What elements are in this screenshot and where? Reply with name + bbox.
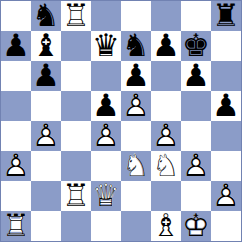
square-c5[interactable] bbox=[61, 91, 91, 121]
square-g8[interactable] bbox=[181, 1, 211, 31]
white-piece-outline: ♔ bbox=[181, 211, 211, 240]
square-a4[interactable] bbox=[1, 121, 31, 151]
square-d3[interactable] bbox=[91, 151, 121, 181]
square-c4[interactable] bbox=[61, 121, 91, 151]
square-a5[interactable] bbox=[1, 91, 31, 121]
white-knight[interactable]: ♞♘ bbox=[121, 151, 151, 181]
square-f4[interactable]: ♟♙ bbox=[151, 121, 181, 151]
black-pawn[interactable]: ♟ bbox=[121, 61, 151, 91]
white-bishop[interactable]: ♝♗ bbox=[151, 211, 181, 241]
white-rook[interactable]: ♜♖ bbox=[61, 1, 91, 31]
white-piece-outline: ♙ bbox=[211, 181, 241, 210]
square-g2[interactable] bbox=[181, 181, 211, 211]
black-king[interactable]: ♚ bbox=[181, 31, 211, 61]
white-queen[interactable]: ♛♕ bbox=[91, 181, 121, 211]
square-e5[interactable]: ♟♙ bbox=[121, 91, 151, 121]
black-pawn[interactable]: ♟ bbox=[211, 91, 241, 121]
square-b5[interactable] bbox=[31, 91, 61, 121]
square-e7[interactable]: ♞ bbox=[121, 31, 151, 61]
square-g7[interactable]: ♚ bbox=[181, 31, 211, 61]
square-a2[interactable] bbox=[1, 181, 31, 211]
white-piece-outline: ♖ bbox=[61, 1, 91, 30]
square-h1[interactable] bbox=[211, 211, 241, 241]
square-c1[interactable] bbox=[61, 211, 91, 241]
white-piece-outline: ♖ bbox=[1, 211, 31, 240]
square-d5[interactable]: ♟ bbox=[91, 91, 121, 121]
square-h8[interactable]: ♜ bbox=[211, 1, 241, 31]
square-g1[interactable]: ♚♔ bbox=[181, 211, 211, 241]
white-pawn[interactable]: ♟♙ bbox=[211, 181, 241, 211]
square-c6[interactable] bbox=[61, 61, 91, 91]
black-piece-glyph: ♟ bbox=[121, 61, 151, 90]
black-pawn[interactable]: ♟ bbox=[181, 61, 211, 91]
square-b4[interactable]: ♟♙ bbox=[31, 121, 61, 151]
black-piece-glyph: ♜ bbox=[211, 1, 241, 30]
white-piece-outline: ♕ bbox=[91, 181, 121, 210]
square-h5[interactable]: ♟ bbox=[211, 91, 241, 121]
square-b3[interactable] bbox=[31, 151, 61, 181]
chess-board-container: ♞♜♖♜♟♝♛♞♟♚♟♟♟♟♟♙♟♟♙♟♙♟♙♟♙♞♘♞♘♟♙♜♖♛♕♟♙♜♖♝… bbox=[0, 0, 242, 242]
black-piece-glyph: ♟ bbox=[211, 91, 241, 120]
black-piece-glyph: ♟ bbox=[181, 61, 211, 90]
square-e4[interactable] bbox=[121, 121, 151, 151]
black-pawn[interactable]: ♟ bbox=[151, 31, 181, 61]
white-pawn[interactable]: ♟♙ bbox=[151, 121, 181, 151]
white-pawn[interactable]: ♟♙ bbox=[181, 151, 211, 181]
white-piece-outline: ♙ bbox=[181, 151, 211, 180]
black-rook[interactable]: ♜ bbox=[211, 1, 241, 31]
square-d8[interactable] bbox=[91, 1, 121, 31]
black-knight[interactable]: ♞ bbox=[31, 1, 61, 31]
square-g3[interactable]: ♟♙ bbox=[181, 151, 211, 181]
white-piece-outline: ♗ bbox=[151, 211, 181, 240]
chess-board: ♞♜♖♜♟♝♛♞♟♚♟♟♟♟♟♙♟♟♙♟♙♟♙♟♙♞♘♞♘♟♙♜♖♛♕♟♙♜♖♝… bbox=[0, 0, 242, 242]
square-a1[interactable]: ♜♖ bbox=[1, 211, 31, 241]
square-h3[interactable] bbox=[211, 151, 241, 181]
black-knight[interactable]: ♞ bbox=[121, 31, 151, 61]
white-piece-outline: ♖ bbox=[61, 181, 91, 210]
white-piece-outline: ♙ bbox=[1, 151, 31, 180]
white-pawn[interactable]: ♟♙ bbox=[1, 151, 31, 181]
square-b2[interactable] bbox=[31, 181, 61, 211]
square-f1[interactable]: ♝♗ bbox=[151, 211, 181, 241]
square-b8[interactable]: ♞ bbox=[31, 1, 61, 31]
square-f7[interactable]: ♟ bbox=[151, 31, 181, 61]
square-d4[interactable]: ♟♙ bbox=[91, 121, 121, 151]
square-e6[interactable]: ♟ bbox=[121, 61, 151, 91]
square-g4[interactable] bbox=[181, 121, 211, 151]
black-piece-glyph: ♞ bbox=[31, 1, 61, 30]
white-king[interactable]: ♚♔ bbox=[181, 211, 211, 241]
white-rook[interactable]: ♜♖ bbox=[1, 211, 31, 241]
square-c2[interactable]: ♜♖ bbox=[61, 181, 91, 211]
square-d1[interactable] bbox=[91, 211, 121, 241]
square-h4[interactable] bbox=[211, 121, 241, 151]
white-piece-outline: ♙ bbox=[31, 121, 61, 150]
square-b6[interactable]: ♟ bbox=[31, 61, 61, 91]
square-f8[interactable] bbox=[151, 1, 181, 31]
square-a8[interactable] bbox=[1, 1, 31, 31]
square-c3[interactable] bbox=[61, 151, 91, 181]
square-a7[interactable]: ♟ bbox=[1, 31, 31, 61]
square-a6[interactable] bbox=[1, 61, 31, 91]
square-f2[interactable] bbox=[151, 181, 181, 211]
square-e1[interactable] bbox=[121, 211, 151, 241]
square-h6[interactable] bbox=[211, 61, 241, 91]
square-f5[interactable] bbox=[151, 91, 181, 121]
square-e2[interactable] bbox=[121, 181, 151, 211]
white-piece-outline: ♘ bbox=[151, 151, 181, 180]
square-d7[interactable]: ♛ bbox=[91, 31, 121, 61]
square-h7[interactable] bbox=[211, 31, 241, 61]
white-pawn[interactable]: ♟♙ bbox=[121, 91, 151, 121]
black-piece-glyph: ♝ bbox=[31, 31, 61, 60]
black-piece-glyph: ♟ bbox=[31, 61, 61, 90]
square-h2[interactable]: ♟♙ bbox=[211, 181, 241, 211]
white-pawn[interactable]: ♟♙ bbox=[31, 121, 61, 151]
white-piece-outline: ♙ bbox=[91, 121, 121, 150]
black-piece-glyph: ♟ bbox=[151, 31, 181, 60]
black-piece-glyph: ♛ bbox=[91, 31, 121, 60]
black-pawn[interactable]: ♟ bbox=[1, 31, 31, 61]
square-b7[interactable]: ♝ bbox=[31, 31, 61, 61]
white-knight[interactable]: ♞♘ bbox=[151, 151, 181, 181]
black-piece-glyph: ♟ bbox=[91, 91, 121, 120]
white-piece-outline: ♙ bbox=[121, 91, 151, 120]
square-f6[interactable] bbox=[151, 61, 181, 91]
black-bishop[interactable]: ♝ bbox=[31, 31, 61, 61]
square-a3[interactable]: ♟♙ bbox=[1, 151, 31, 181]
square-e8[interactable] bbox=[121, 1, 151, 31]
square-f3[interactable]: ♞♘ bbox=[151, 151, 181, 181]
white-pawn[interactable]: ♟♙ bbox=[91, 121, 121, 151]
square-g6[interactable]: ♟ bbox=[181, 61, 211, 91]
square-d2[interactable]: ♛♕ bbox=[91, 181, 121, 211]
black-queen[interactable]: ♛ bbox=[91, 31, 121, 61]
square-g5[interactable] bbox=[181, 91, 211, 121]
black-pawn[interactable]: ♟ bbox=[31, 61, 61, 91]
square-d6[interactable] bbox=[91, 61, 121, 91]
white-piece-outline: ♙ bbox=[151, 121, 181, 150]
square-b1[interactable] bbox=[31, 211, 61, 241]
black-pawn[interactable]: ♟ bbox=[91, 91, 121, 121]
white-rook[interactable]: ♜♖ bbox=[61, 181, 91, 211]
square-e3[interactable]: ♞♘ bbox=[121, 151, 151, 181]
square-c8[interactable]: ♜♖ bbox=[61, 1, 91, 31]
black-piece-glyph: ♞ bbox=[121, 31, 151, 60]
black-piece-glyph: ♚ bbox=[181, 31, 211, 60]
white-piece-outline: ♘ bbox=[121, 151, 151, 180]
square-c7[interactable] bbox=[61, 31, 91, 61]
black-piece-glyph: ♟ bbox=[1, 31, 31, 60]
